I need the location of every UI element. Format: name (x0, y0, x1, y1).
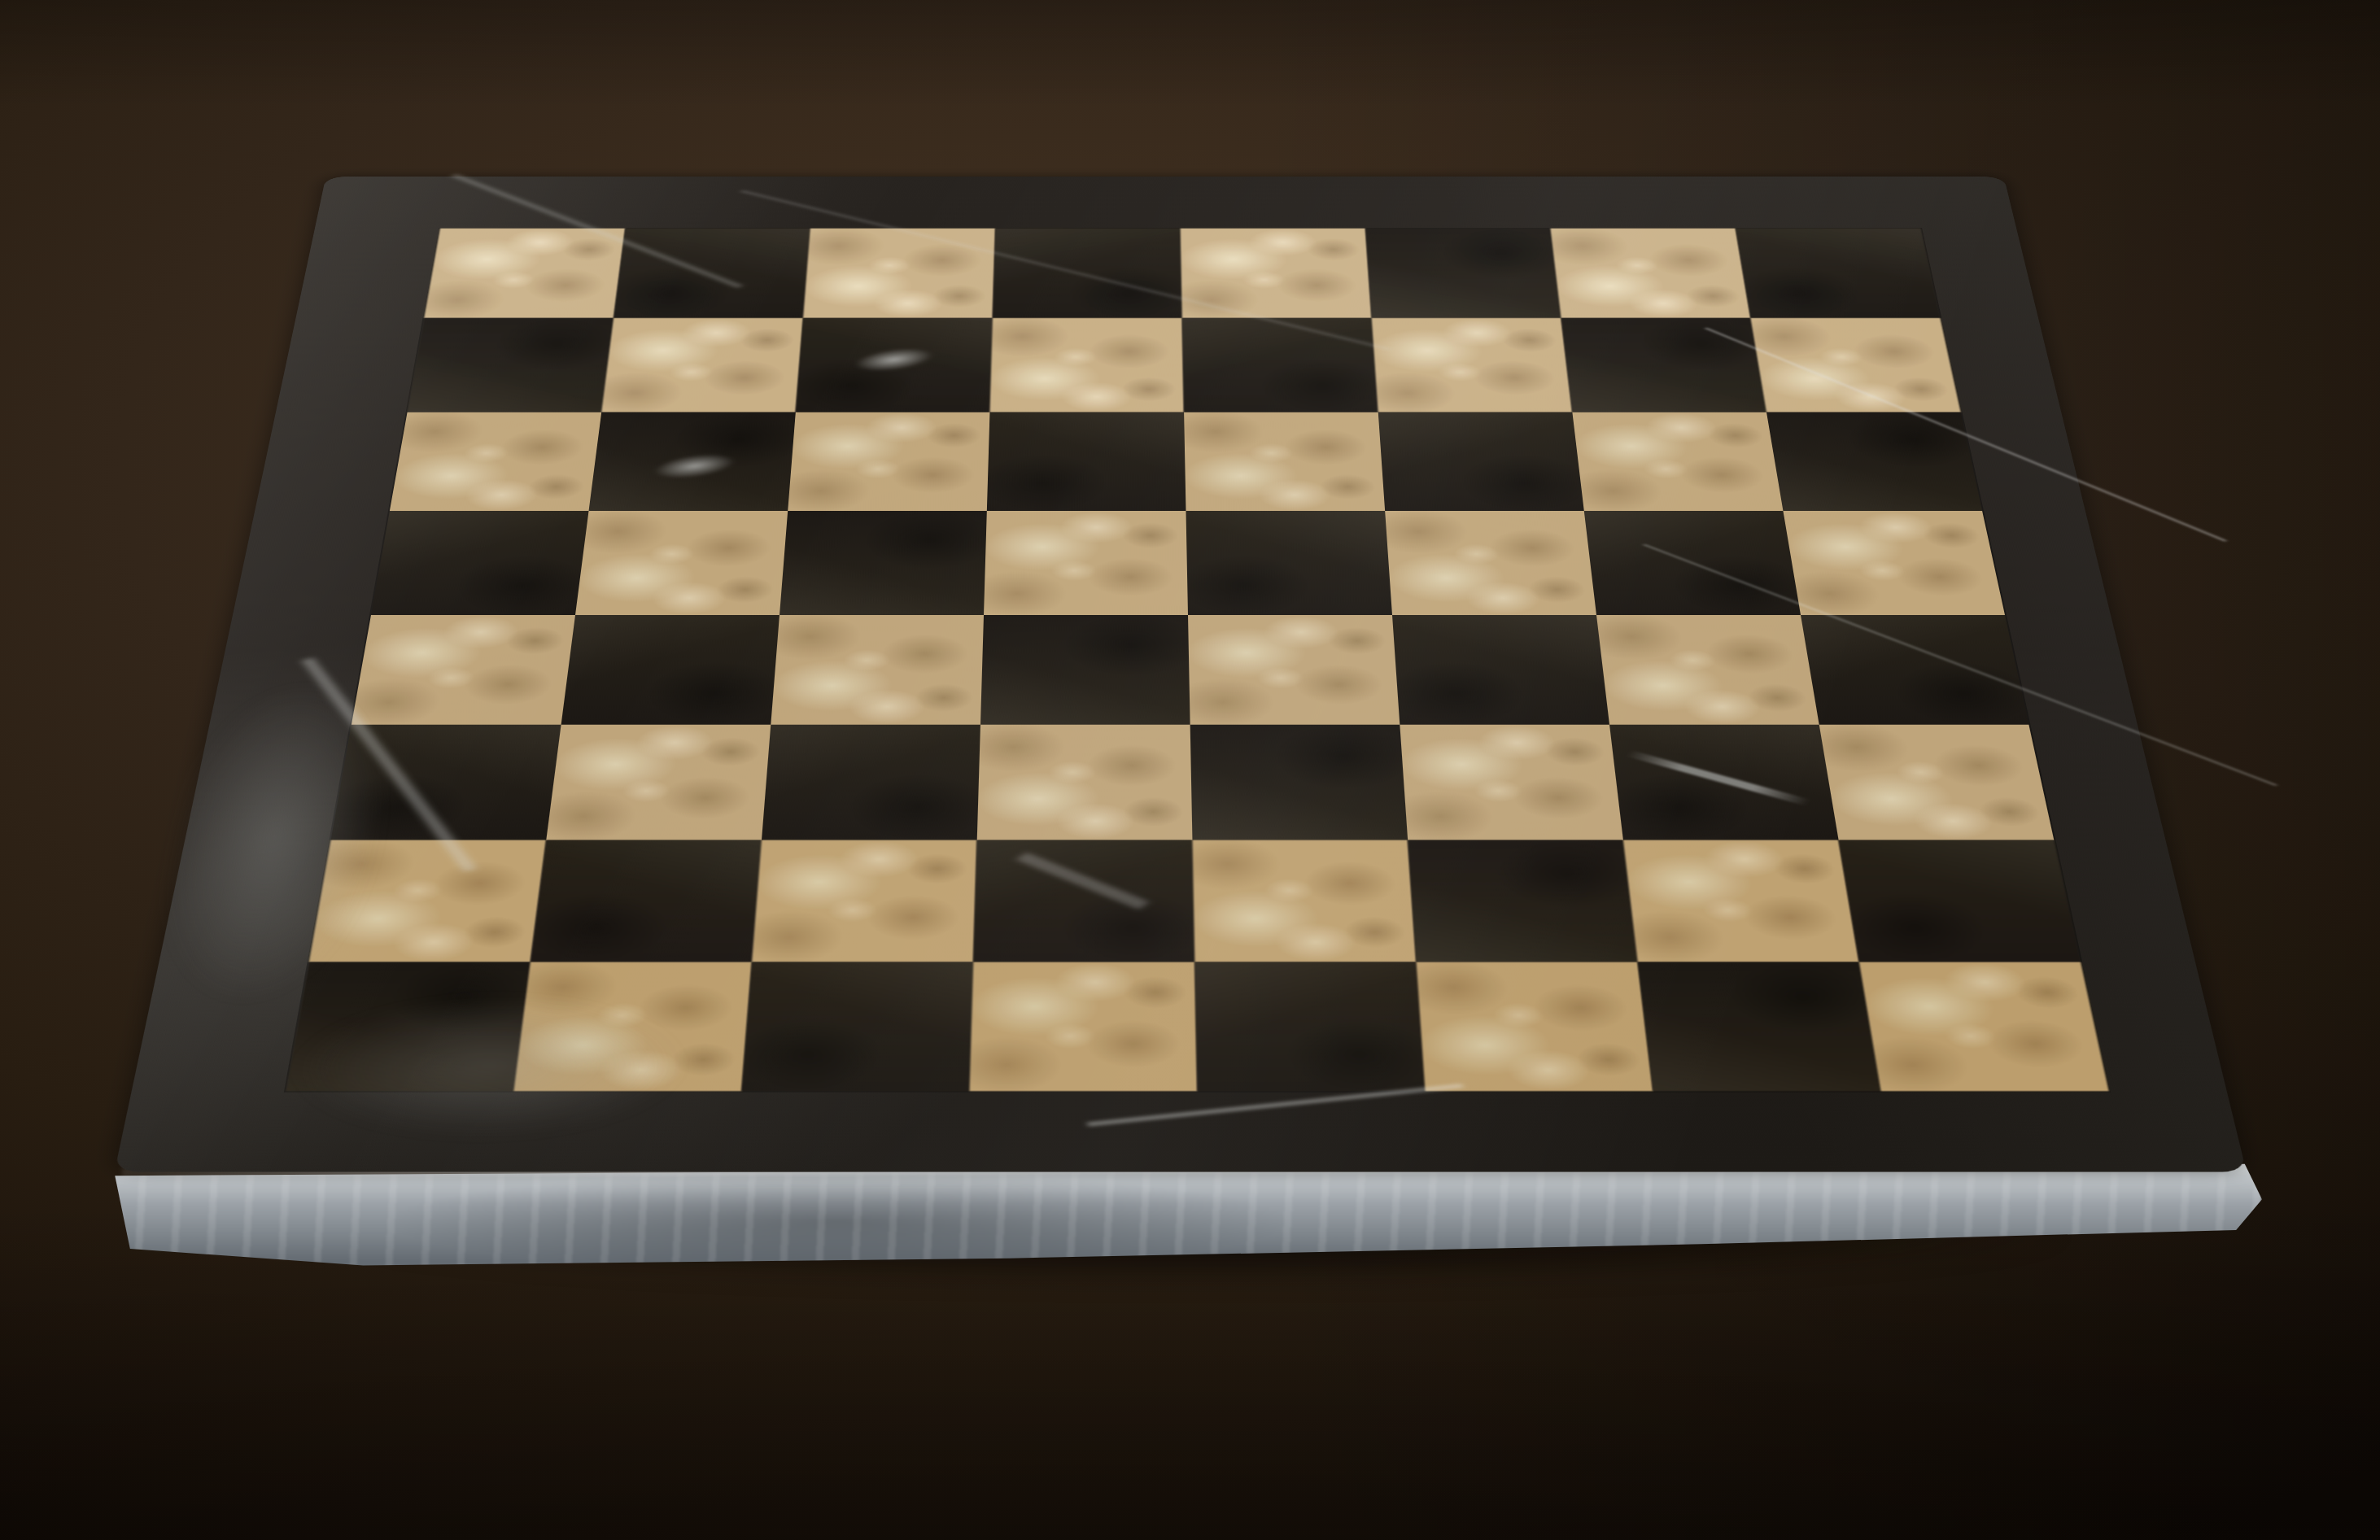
square-h2 (1839, 840, 2081, 962)
square-c7 (796, 318, 993, 412)
square-f6 (1378, 412, 1584, 512)
square-e7 (1182, 318, 1378, 412)
square-f7 (1372, 318, 1573, 412)
square-h1 (1859, 962, 2109, 1092)
square-d6 (987, 412, 1186, 512)
square-g3 (1609, 725, 1839, 840)
square-e6 (1184, 412, 1385, 512)
square-b6 (589, 412, 796, 512)
square-e4 (1188, 615, 1400, 725)
square-b1 (513, 962, 752, 1092)
square-f5 (1385, 511, 1596, 615)
square-g6 (1572, 412, 1783, 512)
table-surface (0, 0, 2380, 1540)
square-f2 (1408, 840, 1638, 962)
square-b4 (561, 615, 780, 725)
square-a8 (424, 229, 625, 318)
square-c1 (741, 962, 973, 1092)
square-d2 (973, 840, 1194, 962)
square-e8 (1181, 229, 1372, 318)
square-b8 (614, 229, 810, 318)
square-e2 (1192, 840, 1416, 962)
square-d4 (980, 615, 1190, 725)
square-e5 (1186, 511, 1392, 615)
square-d1 (969, 962, 1197, 1092)
square-c4 (771, 615, 984, 725)
square-f8 (1365, 229, 1561, 318)
square-d3 (977, 725, 1193, 840)
square-a4 (352, 615, 575, 725)
square-a6 (390, 412, 601, 512)
square-g1 (1638, 962, 1881, 1092)
square-g2 (1623, 840, 1859, 962)
square-f3 (1400, 725, 1623, 840)
square-f4 (1392, 615, 1609, 725)
board-grid (286, 229, 2108, 1092)
square-d5 (984, 511, 1188, 615)
square-c3 (762, 725, 980, 840)
square-a7 (408, 318, 614, 412)
square-g4 (1596, 615, 1819, 725)
square-a5 (371, 511, 589, 615)
square-f1 (1417, 962, 1653, 1092)
square-h5 (1783, 511, 2005, 615)
square-a2 (309, 840, 547, 962)
square-b5 (575, 511, 788, 615)
square-g7 (1561, 318, 1766, 412)
board-perspective-wrap (0, 0, 2380, 1540)
square-e3 (1190, 725, 1408, 840)
square-h4 (1801, 615, 2028, 725)
square-g5 (1584, 511, 1801, 615)
square-d7 (989, 318, 1184, 412)
square-h8 (1736, 229, 1940, 318)
square-a1 (286, 962, 531, 1092)
square-b7 (601, 318, 803, 412)
square-c6 (788, 412, 989, 512)
square-b3 (546, 725, 771, 840)
square-c8 (803, 229, 995, 318)
chessboard (115, 177, 2247, 1171)
square-d8 (993, 229, 1182, 318)
square-g8 (1550, 229, 1750, 318)
square-h6 (1766, 412, 1982, 512)
square-e1 (1194, 962, 1425, 1092)
square-a3 (331, 725, 561, 840)
square-c2 (752, 840, 977, 962)
square-h3 (1819, 725, 2055, 840)
square-b2 (531, 840, 762, 962)
square-h7 (1750, 318, 1960, 412)
square-c5 (780, 511, 987, 615)
